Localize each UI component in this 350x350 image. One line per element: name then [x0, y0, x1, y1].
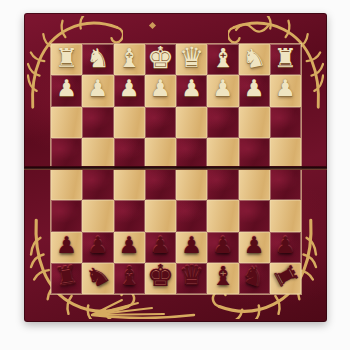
square-r2c2[interactable]: ♟: [82, 75, 113, 106]
white-pawn-piece[interactable]: ♟: [181, 77, 202, 100]
square-r8c3[interactable]: ♝: [114, 263, 145, 294]
square-r1c6[interactable]: ♝: [207, 44, 238, 75]
red-pawn-piece[interactable]: ♟: [56, 234, 77, 257]
square-r1c2[interactable]: ♞: [82, 44, 113, 75]
square-r5c2[interactable]: [82, 169, 113, 200]
square-r1c4[interactable]: ♚: [145, 44, 176, 75]
red-pawn-piece[interactable]: ♟: [213, 234, 234, 257]
square-r3c7[interactable]: [239, 107, 270, 138]
square-r7c1[interactable]: ♟: [51, 232, 82, 263]
red-pawn-piece[interactable]: ♟: [181, 234, 202, 257]
square-r3c5[interactable]: [176, 107, 207, 138]
square-r6c2[interactable]: [82, 200, 113, 231]
square-r8c2[interactable]: ♞: [82, 263, 113, 294]
square-r5c6[interactable]: [207, 169, 238, 200]
square-r7c6[interactable]: ♟: [207, 232, 238, 263]
square-r8c8[interactable]: ♜: [270, 263, 301, 294]
square-r5c5[interactable]: [176, 169, 207, 200]
red-pawn-piece[interactable]: ♟: [119, 234, 140, 257]
square-r4c1[interactable]: [51, 138, 82, 169]
square-r4c2[interactable]: [82, 138, 113, 169]
square-r2c1[interactable]: ♟: [51, 75, 82, 106]
square-r5c3[interactable]: [114, 169, 145, 200]
square-r3c3[interactable]: [114, 107, 145, 138]
square-r6c7[interactable]: [239, 200, 270, 231]
folding-chess-box: ♜♞♝♚♛♝♞♜♟♟♟♟♟♟♟♟♟♟♟♟♟♟♟♟♜♞♝♚♛♝♞♜: [24, 13, 327, 322]
red-pawn-piece[interactable]: ♟: [88, 234, 109, 257]
square-r2c4[interactable]: ♟: [145, 75, 176, 106]
square-r4c3[interactable]: [114, 138, 145, 169]
white-bishop-piece[interactable]: ♝: [211, 45, 234, 71]
square-r1c8[interactable]: ♜: [270, 44, 301, 75]
square-r6c1[interactable]: [51, 200, 82, 231]
red-knight-piece[interactable]: ♞: [81, 259, 114, 293]
white-pawn-piece[interactable]: ♟: [213, 77, 234, 100]
gold-fan-branch-icon: [84, 295, 202, 319]
square-r2c5[interactable]: ♟: [176, 75, 207, 106]
square-r4c4[interactable]: [145, 138, 176, 169]
square-r8c1[interactable]: ♜: [51, 263, 82, 294]
red-rook-piece[interactable]: ♜: [53, 262, 80, 292]
square-r7c8[interactable]: ♟: [270, 232, 301, 263]
white-bishop-piece[interactable]: ♝: [117, 45, 140, 71]
square-r1c7[interactable]: ♞: [239, 44, 270, 75]
square-r5c8[interactable]: [270, 169, 301, 200]
white-king-piece[interactable]: ♚: [147, 43, 174, 73]
square-r3c6[interactable]: [207, 107, 238, 138]
square-r7c5[interactable]: ♟: [176, 232, 207, 263]
square-r4c5[interactable]: [176, 138, 207, 169]
square-r2c6[interactable]: ♟: [207, 75, 238, 106]
square-r8c7[interactable]: ♞: [239, 263, 270, 294]
white-knight-piece[interactable]: ♞: [240, 42, 268, 72]
chess-set-photo: ♜♞♝♚♛♝♞♜♟♟♟♟♟♟♟♟♟♟♟♟♟♟♟♟♜♞♝♚♛♝♞♜: [0, 0, 350, 350]
square-r2c7[interactable]: ♟: [239, 75, 270, 106]
white-pawn-piece[interactable]: ♟: [88, 77, 109, 100]
red-pawn-piece[interactable]: ♟: [150, 234, 171, 257]
red-pawn-piece[interactable]: ♟: [275, 234, 296, 257]
square-r3c1[interactable]: [51, 107, 82, 138]
square-r2c3[interactable]: ♟: [114, 75, 145, 106]
red-knight-piece[interactable]: ♞: [239, 260, 269, 292]
red-king-piece[interactable]: ♚: [147, 261, 174, 291]
square-r7c3[interactable]: ♟: [114, 232, 145, 263]
square-r1c3[interactable]: ♝: [114, 44, 145, 75]
square-r1c5[interactable]: ♛: [176, 44, 207, 75]
square-r5c1[interactable]: [51, 169, 82, 200]
white-pawn-piece[interactable]: ♟: [150, 77, 171, 100]
white-rook-piece[interactable]: ♜: [274, 45, 297, 71]
square-r6c3[interactable]: [114, 200, 145, 231]
square-r4c8[interactable]: [270, 138, 301, 169]
square-r1c1[interactable]: ♜: [51, 44, 82, 75]
white-knight-piece[interactable]: ♞: [86, 45, 109, 71]
square-r5c4[interactable]: [145, 169, 176, 200]
square-r5c7[interactable]: [239, 169, 270, 200]
square-r6c5[interactable]: [176, 200, 207, 231]
white-pawn-piece[interactable]: ♟: [244, 77, 265, 100]
square-r6c8[interactable]: [270, 200, 301, 231]
square-r6c6[interactable]: [207, 200, 238, 231]
square-r3c8[interactable]: [270, 107, 301, 138]
square-r8c4[interactable]: ♚: [145, 263, 176, 294]
gold-squiggle-mark-icon: [234, 19, 276, 35]
white-rook-piece[interactable]: ♜: [55, 45, 78, 71]
square-r7c7[interactable]: ♟: [239, 232, 270, 263]
red-bishop-piece[interactable]: ♝: [211, 263, 234, 289]
square-r3c4[interactable]: [145, 107, 176, 138]
square-r3c2[interactable]: [82, 107, 113, 138]
white-pawn-piece[interactable]: ♟: [119, 77, 140, 100]
red-rook-piece[interactable]: ♜: [268, 260, 302, 293]
red-queen-piece[interactable]: ♛: [179, 262, 204, 290]
white-queen-piece[interactable]: ♛: [179, 44, 204, 72]
square-r6c4[interactable]: [145, 200, 176, 231]
white-pawn-piece[interactable]: ♟: [56, 77, 77, 100]
square-r4c6[interactable]: [207, 138, 238, 169]
hinge-seam: [24, 166, 327, 170]
gold-diamond-mark-icon: [149, 22, 156, 29]
square-r8c6[interactable]: ♝: [207, 263, 238, 294]
red-bishop-piece[interactable]: ♝: [117, 263, 140, 289]
square-r4c7[interactable]: [239, 138, 270, 169]
white-pawn-piece[interactable]: ♟: [275, 77, 296, 100]
red-pawn-piece[interactable]: ♟: [244, 234, 265, 257]
square-r8c5[interactable]: ♛: [176, 263, 207, 294]
square-r2c8[interactable]: ♟: [270, 75, 301, 106]
